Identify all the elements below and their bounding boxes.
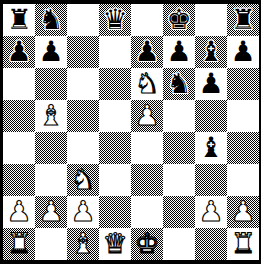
square-a3[interactable] <box>3 164 35 196</box>
square-a7[interactable]: ♟ <box>3 36 35 68</box>
square-e1[interactable]: ♚ <box>131 228 163 260</box>
black-pawn-a7: ♟ <box>3 36 35 68</box>
square-h6[interactable] <box>227 68 259 100</box>
black-rook-h8: ♜ <box>227 4 259 36</box>
square-c8[interactable] <box>67 4 99 36</box>
square-g8[interactable] <box>195 4 227 36</box>
square-f7[interactable]: ♟ <box>163 36 195 68</box>
square-g2[interactable]: ♟ <box>195 196 227 228</box>
square-d3[interactable] <box>99 164 131 196</box>
square-g6[interactable]: ♟ <box>195 68 227 100</box>
square-e3[interactable] <box>131 164 163 196</box>
square-g4[interactable]: ♝ <box>195 132 227 164</box>
square-f5[interactable] <box>163 100 195 132</box>
white-pawn-c2: ♟ <box>67 196 99 228</box>
white-rook-h1: ♜ <box>227 228 259 260</box>
black-rook-a8: ♜ <box>3 4 35 36</box>
square-f4[interactable] <box>163 132 195 164</box>
square-b2[interactable]: ♟ <box>35 196 67 228</box>
white-pawn-h2: ♟ <box>227 196 259 228</box>
square-h7[interactable]: ♟ <box>227 36 259 68</box>
white-king-e1: ♚ <box>131 228 163 260</box>
black-pawn-g6: ♟ <box>195 68 227 100</box>
black-pawn-b7: ♟ <box>35 36 67 68</box>
black-pawn-f7: ♟ <box>163 36 195 68</box>
white-queen-d1: ♛ <box>99 228 131 260</box>
square-a5[interactable] <box>3 100 35 132</box>
black-queen-d8: ♛ <box>99 4 131 36</box>
square-h2[interactable]: ♟ <box>227 196 259 228</box>
square-a4[interactable] <box>3 132 35 164</box>
square-h1[interactable]: ♜ <box>227 228 259 260</box>
chess-board: ♜♞♛♚♜♟♟♟♟♝♟♞♞♟♝♟♝♞♟♟♟♟♟♜♝♛♚♜ <box>3 4 259 260</box>
square-a1[interactable]: ♜ <box>3 228 35 260</box>
square-f6[interactable]: ♞ <box>163 68 195 100</box>
square-c6[interactable] <box>67 68 99 100</box>
white-pawn-b2: ♟ <box>35 196 67 228</box>
square-c1[interactable]: ♝ <box>67 228 99 260</box>
square-d8[interactable]: ♛ <box>99 4 131 36</box>
square-g1[interactable] <box>195 228 227 260</box>
square-f8[interactable]: ♚ <box>163 4 195 36</box>
square-g7[interactable]: ♝ <box>195 36 227 68</box>
square-g3[interactable] <box>195 164 227 196</box>
square-h5[interactable] <box>227 100 259 132</box>
white-bishop-c1: ♝ <box>67 228 99 260</box>
square-e5[interactable]: ♟ <box>131 100 163 132</box>
square-c4[interactable] <box>67 132 99 164</box>
square-h8[interactable]: ♜ <box>227 4 259 36</box>
square-b6[interactable] <box>35 68 67 100</box>
square-e2[interactable] <box>131 196 163 228</box>
square-f3[interactable] <box>163 164 195 196</box>
square-c5[interactable] <box>67 100 99 132</box>
square-h3[interactable] <box>227 164 259 196</box>
white-bishop-b5: ♝ <box>35 100 67 132</box>
black-pawn-h7: ♟ <box>227 36 259 68</box>
white-rook-a1: ♜ <box>3 228 35 260</box>
square-c3[interactable]: ♞ <box>67 164 99 196</box>
square-c7[interactable] <box>67 36 99 68</box>
square-d4[interactable] <box>99 132 131 164</box>
square-d6[interactable] <box>99 68 131 100</box>
square-d1[interactable]: ♛ <box>99 228 131 260</box>
white-knight-e6: ♞ <box>131 68 163 100</box>
black-bishop-g4: ♝ <box>195 132 227 164</box>
chess-board-frame: ♜♞♛♚♜♟♟♟♟♝♟♞♞♟♝♟♝♞♟♟♟♟♟♜♝♛♚♜ <box>0 0 261 264</box>
square-e8[interactable] <box>131 4 163 36</box>
square-d2[interactable] <box>99 196 131 228</box>
square-e6[interactable]: ♞ <box>131 68 163 100</box>
square-d7[interactable] <box>99 36 131 68</box>
square-b4[interactable] <box>35 132 67 164</box>
square-d5[interactable] <box>99 100 131 132</box>
square-b7[interactable]: ♟ <box>35 36 67 68</box>
square-b1[interactable] <box>35 228 67 260</box>
square-b5[interactable]: ♝ <box>35 100 67 132</box>
square-c2[interactable]: ♟ <box>67 196 99 228</box>
black-knight-f6: ♞ <box>163 68 195 100</box>
square-a8[interactable]: ♜ <box>3 4 35 36</box>
square-a6[interactable] <box>3 68 35 100</box>
square-a2[interactable]: ♟ <box>3 196 35 228</box>
square-b3[interactable] <box>35 164 67 196</box>
square-h4[interactable] <box>227 132 259 164</box>
white-pawn-a2: ♟ <box>3 196 35 228</box>
square-e4[interactable] <box>131 132 163 164</box>
black-knight-b8: ♞ <box>35 4 67 36</box>
black-king-f8: ♚ <box>163 4 195 36</box>
white-pawn-g2: ♟ <box>195 196 227 228</box>
square-g5[interactable] <box>195 100 227 132</box>
square-f1[interactable] <box>163 228 195 260</box>
black-pawn-e7: ♟ <box>131 36 163 68</box>
black-bishop-g7: ♝ <box>195 36 227 68</box>
square-f2[interactable] <box>163 196 195 228</box>
white-knight-c3: ♞ <box>67 164 99 196</box>
square-b8[interactable]: ♞ <box>35 4 67 36</box>
white-pawn-e5: ♟ <box>131 100 163 132</box>
square-e7[interactable]: ♟ <box>131 36 163 68</box>
